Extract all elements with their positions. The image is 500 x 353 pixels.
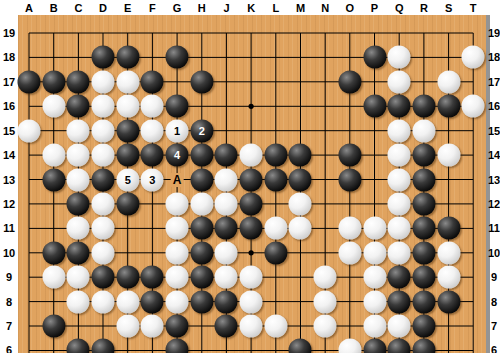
- coord-left-19: 19: [3, 28, 15, 39]
- coord-right-13: 13: [488, 174, 500, 185]
- stone-white-Q12[interactable]: [388, 192, 411, 215]
- stone-white-J9[interactable]: [215, 266, 238, 289]
- stone-white-F15[interactable]: [141, 119, 164, 142]
- coord-right-19: 19: [488, 28, 500, 39]
- stone-white-Q15[interactable]: [388, 119, 411, 142]
- stone-white-M12[interactable]: [289, 192, 312, 215]
- coord-top-D: D: [99, 3, 107, 14]
- stone-black-F14[interactable]: [141, 144, 164, 167]
- stone-white-O10[interactable]: [338, 241, 361, 264]
- coord-left-10: 10: [3, 247, 15, 258]
- coord-top-B: B: [50, 3, 58, 14]
- stone-white-B14[interactable]: [42, 144, 65, 167]
- stone-black-B7[interactable]: [42, 315, 65, 338]
- stone-black-D13[interactable]: [92, 168, 115, 191]
- coord-top-T: T: [470, 3, 477, 14]
- stone-black-O14[interactable]: [338, 144, 361, 167]
- stone-white-C11[interactable]: [67, 217, 90, 240]
- stone-black-H9[interactable]: [190, 266, 213, 289]
- stone-white-F16[interactable]: [141, 95, 164, 118]
- coord-right-15: 15: [488, 125, 500, 136]
- stone-white-D16[interactable]: [92, 95, 115, 118]
- stone-white-G11[interactable]: [166, 217, 189, 240]
- stone-black-H14[interactable]: [190, 144, 213, 167]
- stone-white-N7[interactable]: [314, 315, 337, 338]
- stone-black-S16[interactable]: [437, 95, 460, 118]
- stone-white-G10[interactable]: [166, 241, 189, 264]
- stone-white-P8[interactable]: [363, 290, 386, 313]
- stone-black-B13[interactable]: [42, 168, 65, 191]
- stone-black-Q9[interactable]: [388, 266, 411, 289]
- coord-right-12: 12: [488, 198, 500, 209]
- stone-black-R13[interactable]: [412, 168, 435, 191]
- stone-white-K9[interactable]: [240, 266, 263, 289]
- stone-white-C8[interactable]: [67, 290, 90, 313]
- stone-black-H10[interactable]: [190, 241, 213, 264]
- stone-white-G9[interactable]: [166, 266, 189, 289]
- stone-black-G18[interactable]: [166, 46, 189, 69]
- stone-white-K7[interactable]: [240, 315, 263, 338]
- coord-left-7: 7: [6, 321, 12, 332]
- stone-white-N9[interactable]: [314, 266, 337, 289]
- stone-black-M13[interactable]: [289, 168, 312, 191]
- stone-white-S17[interactable]: [437, 70, 460, 93]
- stone-white-D15[interactable]: [92, 119, 115, 142]
- coord-left-16: 16: [3, 101, 15, 112]
- coord-left-9: 9: [6, 272, 12, 283]
- stone-black-L14[interactable]: [264, 144, 287, 167]
- coord-top-O: O: [346, 3, 355, 14]
- stone-white-Q11[interactable]: [388, 217, 411, 240]
- stone-black-R10[interactable]: [412, 241, 435, 264]
- stone-black-C12[interactable]: [67, 192, 90, 215]
- stone-black-K13[interactable]: [240, 168, 263, 191]
- stone-black-S11[interactable]: [437, 217, 460, 240]
- coord-top-S: S: [445, 3, 452, 14]
- stone-white-E8[interactable]: [116, 290, 139, 313]
- coord-left-18: 18: [3, 52, 15, 63]
- stone-black-H17[interactable]: [190, 70, 213, 93]
- stone-black-R14[interactable]: [412, 144, 435, 167]
- coord-top-J: J: [223, 3, 229, 14]
- stone-white-S14[interactable]: [437, 144, 460, 167]
- stone-white-Q7[interactable]: [388, 315, 411, 338]
- stone-white-D12[interactable]: [92, 192, 115, 215]
- stone-black-H11[interactable]: [190, 217, 213, 240]
- stone-black-J11[interactable]: [215, 217, 238, 240]
- stone-white-F13[interactable]: [141, 168, 164, 191]
- coord-top-A: A: [25, 3, 33, 14]
- coord-right-8: 8: [491, 296, 497, 307]
- stone-white-B9[interactable]: [42, 266, 65, 289]
- stone-white-K14[interactable]: [240, 144, 263, 167]
- stone-black-Q8[interactable]: [388, 290, 411, 313]
- stone-white-G15[interactable]: [166, 119, 189, 142]
- coord-left-8: 8: [6, 296, 12, 307]
- stone-white-D11[interactable]: [92, 217, 115, 240]
- stone-white-P7[interactable]: [363, 315, 386, 338]
- stone-black-O17[interactable]: [338, 70, 361, 93]
- stone-black-R9[interactable]: [412, 266, 435, 289]
- stone-black-K11[interactable]: [240, 217, 263, 240]
- stone-black-B10[interactable]: [42, 241, 65, 264]
- stone-black-H13[interactable]: [190, 168, 213, 191]
- stone-black-D18[interactable]: [92, 46, 115, 69]
- stone-white-Q10[interactable]: [388, 241, 411, 264]
- stone-black-R11[interactable]: [412, 217, 435, 240]
- stone-white-C9[interactable]: [67, 266, 90, 289]
- stone-black-J7[interactable]: [215, 315, 238, 338]
- stone-black-E18[interactable]: [116, 46, 139, 69]
- stone-white-D17[interactable]: [92, 70, 115, 93]
- stone-black-J8[interactable]: [215, 290, 238, 313]
- stone-white-B16[interactable]: [42, 95, 65, 118]
- coord-top-R: R: [420, 3, 428, 14]
- stone-black-E15[interactable]: [116, 119, 139, 142]
- stone-white-J13[interactable]: [215, 168, 238, 191]
- stone-white-D8[interactable]: [92, 290, 115, 313]
- stone-white-S10[interactable]: [437, 241, 460, 264]
- stone-white-E13[interactable]: [116, 168, 139, 191]
- coord-left-11: 11: [3, 223, 15, 234]
- coord-right-14: 14: [488, 150, 500, 161]
- stone-white-P11[interactable]: [363, 217, 386, 240]
- stone-white-T16[interactable]: [462, 95, 485, 118]
- stone-white-K8[interactable]: [240, 290, 263, 313]
- coord-right-16: 16: [488, 101, 500, 112]
- stone-black-R12[interactable]: [412, 192, 435, 215]
- stone-black-J14[interactable]: [215, 144, 238, 167]
- coord-right-10: 10: [488, 247, 500, 258]
- stone-white-C13[interactable]: [67, 168, 90, 191]
- stone-black-C10[interactable]: [67, 241, 90, 264]
- stone-white-T18[interactable]: [462, 46, 485, 69]
- stone-white-E7[interactable]: [116, 315, 139, 338]
- stone-black-L13[interactable]: [264, 168, 287, 191]
- coord-right-17: 17: [488, 76, 500, 87]
- stone-black-H8[interactable]: [190, 290, 213, 313]
- stone-black-F8[interactable]: [141, 290, 164, 313]
- stone-black-F17[interactable]: [141, 70, 164, 93]
- coord-top-K: K: [247, 3, 255, 14]
- stone-white-J10[interactable]: [215, 241, 238, 264]
- stone-black-L10[interactable]: [264, 241, 287, 264]
- coord-top-C: C: [74, 3, 82, 14]
- stone-white-F7[interactable]: [141, 315, 164, 338]
- stone-white-G12[interactable]: [166, 192, 189, 215]
- coord-left-6: 6: [6, 345, 12, 353]
- stone-white-J12[interactable]: [215, 192, 238, 215]
- coord-top-Q: Q: [395, 3, 404, 14]
- coord-top-L: L: [272, 3, 279, 14]
- stone-black-P18[interactable]: [363, 46, 386, 69]
- stone-black-S8[interactable]: [437, 290, 460, 313]
- stone-black-G14[interactable]: [166, 144, 189, 167]
- stone-black-F9[interactable]: [141, 266, 164, 289]
- stone-white-Q14[interactable]: [388, 144, 411, 167]
- stone-white-D14[interactable]: [92, 144, 115, 167]
- coord-top-N: N: [321, 3, 329, 14]
- stone-white-Q13[interactable]: [388, 168, 411, 191]
- stone-black-R7[interactable]: [412, 315, 435, 338]
- stone-black-E12[interactable]: [116, 192, 139, 215]
- stone-black-E9[interactable]: [116, 266, 139, 289]
- stone-white-R15[interactable]: [412, 119, 435, 142]
- stone-black-R16[interactable]: [412, 95, 435, 118]
- coord-top-F: F: [149, 3, 156, 14]
- stone-white-H12[interactable]: [190, 192, 213, 215]
- stone-black-R8[interactable]: [412, 290, 435, 313]
- coord-left-12: 12: [3, 198, 15, 209]
- stone-white-L7[interactable]: [264, 315, 287, 338]
- stone-black-G16[interactable]: [166, 95, 189, 118]
- stone-white-C15[interactable]: [67, 119, 90, 142]
- stone-black-H15[interactable]: [190, 119, 213, 142]
- coord-left-17: 17: [3, 76, 15, 87]
- stone-white-G8[interactable]: [166, 290, 189, 313]
- stone-black-B17[interactable]: [42, 70, 65, 93]
- stone-white-N8[interactable]: [314, 290, 337, 313]
- coord-top-M: M: [296, 3, 305, 14]
- stone-white-D10[interactable]: [92, 241, 115, 264]
- stone-white-Q18[interactable]: [388, 46, 411, 69]
- coord-left-15: 15: [3, 125, 15, 136]
- coord-left-13: 13: [3, 174, 15, 185]
- go-board-app: ABCDEFGHJKLMNOPQRST191817161514131211109…: [0, 0, 500, 353]
- stone-white-P10[interactable]: [363, 241, 386, 264]
- stone-black-E14[interactable]: [116, 144, 139, 167]
- coord-top-E: E: [124, 3, 131, 14]
- stone-black-Q16[interactable]: [388, 95, 411, 118]
- stone-white-E16[interactable]: [116, 95, 139, 118]
- stone-black-M14[interactable]: [289, 144, 312, 167]
- stone-white-M11[interactable]: [289, 217, 312, 240]
- stone-black-C17[interactable]: [67, 70, 90, 93]
- stone-black-O13[interactable]: [338, 168, 361, 191]
- stone-white-E17[interactable]: [116, 70, 139, 93]
- stone-white-S9[interactable]: [437, 266, 460, 289]
- coord-right-11: 11: [488, 223, 500, 234]
- coord-top-H: H: [198, 3, 206, 14]
- stone-black-D9[interactable]: [92, 266, 115, 289]
- stone-black-G7[interactable]: [166, 315, 189, 338]
- stone-white-P9[interactable]: [363, 266, 386, 289]
- stone-white-O11[interactable]: [338, 217, 361, 240]
- coord-top-P: P: [371, 3, 378, 14]
- coord-right-9: 9: [491, 272, 497, 283]
- stone-white-L11[interactable]: [264, 217, 287, 240]
- stone-black-A17[interactable]: [18, 70, 41, 93]
- stone-white-A15[interactable]: [18, 119, 41, 142]
- coord-right-18: 18: [488, 52, 500, 63]
- stone-black-P16[interactable]: [363, 95, 386, 118]
- stone-white-Q17[interactable]: [388, 70, 411, 93]
- coord-top-G: G: [173, 3, 182, 14]
- coord-right-7: 7: [491, 321, 497, 332]
- coord-left-14: 14: [3, 150, 15, 161]
- stone-black-C16[interactable]: [67, 95, 90, 118]
- stone-white-C14[interactable]: [67, 144, 90, 167]
- coord-right-6: 6: [491, 345, 497, 353]
- stone-black-K12[interactable]: [240, 192, 263, 215]
